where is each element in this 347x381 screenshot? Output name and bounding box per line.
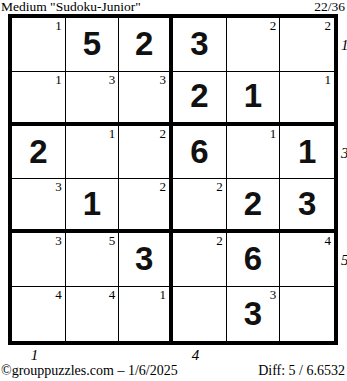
cell-r2c3[interactable]: 3 (119, 72, 173, 126)
cell-r2c5[interactable]: 1 (227, 72, 281, 126)
cell-r1c1[interactable]: 1 (12, 18, 66, 72)
remaining-counter: 22/36 (314, 0, 345, 15)
cell-r5c3[interactable]: 3 (119, 233, 173, 287)
pencil-mark: 2 (216, 179, 223, 194)
cell-r6c3[interactable]: 1 (119, 287, 173, 341)
cell-r1c6[interactable]: 2 (280, 18, 334, 72)
pencil-mark: 4 (325, 233, 332, 248)
pencil-mark: 1 (325, 72, 332, 87)
pencil-mark: 1 (109, 126, 116, 141)
pencil-mark: 3 (160, 72, 167, 87)
cell-r3c6[interactable]: 1 (280, 126, 334, 180)
col-label-4: 4 (192, 346, 200, 364)
given-digit: 6 (244, 242, 262, 275)
cell-r6c6[interactable] (280, 287, 334, 341)
page-title: Medium "Sudoku-Junior" (1, 0, 141, 15)
pencil-mark: 2 (270, 18, 277, 33)
pencil-mark: 4 (109, 287, 116, 302)
pencil-mark: 3 (55, 179, 62, 194)
given-digit: 3 (244, 297, 262, 330)
pencil-mark: 3 (109, 72, 116, 87)
given-digit: 6 (190, 135, 208, 168)
pencil-mark: 3 (55, 233, 62, 248)
cell-r2c1[interactable]: 1 (12, 72, 66, 126)
cell-r3c5[interactable]: 1 (227, 126, 281, 180)
cell-r6c1[interactable]: 4 (12, 287, 66, 341)
pencil-mark: 2 (325, 18, 332, 33)
cell-r3c2[interactable]: 1 (66, 126, 120, 180)
pencil-mark: 3 (270, 287, 277, 302)
cell-r6c4[interactable] (173, 287, 227, 341)
given-digit: 2 (244, 187, 262, 220)
difficulty-text: Diff: 5 / 6.6532 (258, 363, 345, 379)
row-label-5: 5 (341, 251, 347, 269)
cell-r5c4[interactable]: 2 (173, 233, 227, 287)
copyright-text: ©grouppuzzles.com – 1/6/2025 (1, 363, 178, 379)
cell-r1c3[interactable]: 2 (119, 18, 173, 72)
cell-r6c5[interactable]: 33 (227, 287, 281, 341)
board: 15232213321121261131222335326444133 (8, 14, 338, 345)
given-digit: 3 (135, 242, 153, 275)
cell-r5c2[interactable]: 5 (66, 233, 120, 287)
cell-r5c1[interactable]: 3 (12, 233, 66, 287)
pencil-mark: 1 (270, 126, 277, 141)
pencil-mark: 1 (160, 287, 167, 302)
cell-r1c5[interactable]: 2 (227, 18, 281, 72)
pencil-mark: 5 (109, 233, 116, 248)
cell-r4c6[interactable]: 3 (280, 179, 334, 233)
row-label-3: 3 (341, 144, 347, 162)
cell-r3c3[interactable]: 2 (119, 126, 173, 180)
given-digit: 3 (298, 187, 316, 220)
pencil-mark: 1 (55, 72, 62, 87)
cell-r1c2[interactable]: 5 (66, 18, 120, 72)
cell-r1c4[interactable]: 3 (173, 18, 227, 72)
cell-r4c5[interactable]: 2 (227, 179, 281, 233)
cell-r5c6[interactable]: 4 (280, 233, 334, 287)
cell-r2c2[interactable]: 3 (66, 72, 120, 126)
given-digit: 2 (29, 135, 47, 168)
cell-r2c6[interactable]: 1 (280, 72, 334, 126)
cell-r3c1[interactable]: 2 (12, 126, 66, 180)
cell-r4c2[interactable]: 1 (66, 179, 120, 233)
given-digit: 3 (190, 27, 208, 60)
cell-r5c5[interactable]: 6 (227, 233, 281, 287)
col-label-1: 1 (31, 346, 39, 364)
given-digit: 5 (83, 27, 101, 60)
given-digit: 2 (190, 79, 208, 112)
cell-r3c4[interactable]: 6 (173, 126, 227, 180)
given-digit: 1 (83, 187, 101, 220)
cell-r4c4[interactable]: 2 (173, 179, 227, 233)
given-digit: 1 (298, 135, 316, 168)
pencil-mark: 2 (160, 179, 167, 194)
cell-r4c3[interactable]: 2 (119, 179, 173, 233)
given-digit: 1 (244, 79, 262, 112)
pencil-mark: 1 (55, 18, 62, 33)
row-label-1: 1 (341, 36, 347, 54)
cell-r2c4[interactable]: 2 (173, 72, 227, 126)
given-digit: 2 (135, 27, 153, 60)
pencil-mark: 2 (160, 126, 167, 141)
pencil-mark: 2 (216, 233, 223, 248)
pencil-mark: 4 (55, 287, 62, 302)
cell-r6c2[interactable]: 4 (66, 287, 120, 341)
cell-r4c1[interactable]: 3 (12, 179, 66, 233)
